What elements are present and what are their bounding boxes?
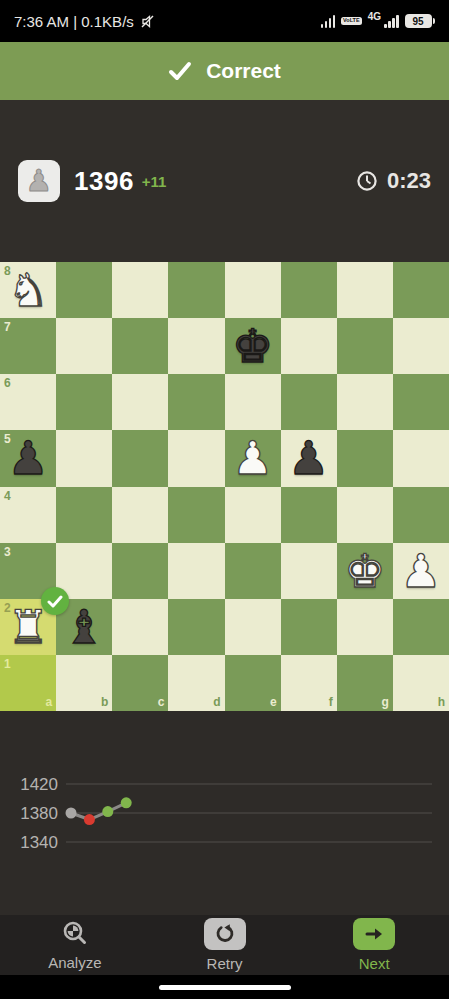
rank-label-7: 7 [4,321,11,333]
check-icon [168,61,192,81]
retry-button[interactable]: Retry [150,915,300,975]
correct-banner: Correct [0,42,449,100]
square-h3[interactable]: ♟ [393,543,449,599]
black-king-e7[interactable]: ♚ [232,323,273,369]
square-b5[interactable] [56,430,112,486]
rating-chart: 142013801340 [0,760,449,880]
battery-icon: 95 [405,14,436,28]
ytick-label-1380: 1380 [20,804,58,823]
retry-label: Retry [207,955,243,972]
pawn-badge-icon: ♟ [18,160,60,202]
square-e5[interactable]: ♟ [225,430,281,486]
white-knight-a8[interactable]: ♞ [7,267,48,313]
rating-line [71,803,126,820]
square-g2[interactable] [337,599,393,655]
square-f3[interactable] [281,543,337,599]
square-a6[interactable]: 6 [0,374,56,430]
black-bishop-b2[interactable]: ♝ [64,604,105,650]
square-c5[interactable] [112,430,168,486]
square-d5[interactable] [168,430,224,486]
square-h6[interactable] [393,374,449,430]
analyze-magnifier-icon [60,919,90,949]
square-e7[interactable]: ♚ [225,318,281,374]
square-f2[interactable] [281,599,337,655]
square-b4[interactable] [56,487,112,543]
bottom-nav: Analyze Retry Next [0,915,449,975]
file-label-f: f [329,696,333,708]
rating-point-3 [102,806,113,817]
square-g7[interactable] [337,318,393,374]
square-c2[interactable] [112,599,168,655]
square-g6[interactable] [337,374,393,430]
square-e4[interactable] [225,487,281,543]
square-f5[interactable]: ♟ [281,430,337,486]
square-d6[interactable] [168,374,224,430]
square-b1[interactable]: b [56,655,112,711]
chess-board: 8♞7♚65♟♟♟43♚♟2♜♝1abcdefgh [0,262,449,711]
square-d7[interactable] [168,318,224,374]
rank-label-6: 6 [4,377,11,389]
file-label-b: b [101,696,108,708]
clock-icon [356,170,378,192]
rank-label-3: 3 [4,546,11,558]
square-d2[interactable] [168,599,224,655]
rating-point-1 [66,808,77,819]
file-label-d: d [213,696,220,708]
square-e2[interactable] [225,599,281,655]
square-g4[interactable] [337,487,393,543]
file-label-h: h [438,696,445,708]
square-a5[interactable]: 5♟ [0,430,56,486]
chart-section: 142013801340 [0,711,449,915]
square-e1[interactable]: e [225,655,281,711]
black-pawn-f5[interactable]: ♟ [288,435,329,481]
rank-label-2: 2 [4,602,11,614]
next-label: Next [359,955,390,972]
square-h2[interactable] [393,599,449,655]
square-e8[interactable] [225,262,281,318]
rating-delta: +11 [142,173,167,190]
square-b6[interactable] [56,374,112,430]
file-label-e: e [270,696,277,708]
white-king-g3[interactable]: ♚ [344,548,385,594]
square-g5[interactable] [337,430,393,486]
ytick-label-1420: 1420 [20,775,58,794]
square-c7[interactable] [112,318,168,374]
square-c8[interactable] [112,262,168,318]
square-f7[interactable] [281,318,337,374]
square-b7[interactable] [56,318,112,374]
puzzle-header: ♟ 1396 +11 0:23 [0,100,449,262]
analyze-label: Analyze [48,954,101,971]
black-pawn-a5[interactable]: ♟ [7,435,48,481]
file-label-g: g [382,696,389,708]
file-label-c: c [158,696,165,708]
status-time-net: 7:36 AM | 0.1KB/s [14,13,134,30]
square-f8[interactable] [281,262,337,318]
status-bar: 7:36 AM | 0.1KB/s VoLTE 4G 95 [0,0,449,42]
next-button[interactable]: Next [299,915,449,975]
square-c4[interactable] [112,487,168,543]
square-f6[interactable] [281,374,337,430]
square-g1[interactable]: g [337,655,393,711]
timer-value: 0:23 [387,168,431,194]
square-e3[interactable] [225,543,281,599]
rank-label-8: 8 [4,265,11,277]
square-d1[interactable]: d [168,655,224,711]
file-label-a: a [45,696,52,708]
home-indicator[interactable] [159,985,291,990]
square-a8[interactable]: 8♞ [0,262,56,318]
rank-label-5: 5 [4,433,11,445]
white-pawn-e5[interactable]: ♟ [232,435,273,481]
square-h5[interactable] [393,430,449,486]
square-c1[interactable]: c [112,655,168,711]
correct-move-badge-icon [41,587,69,615]
rating-point-4 [121,797,132,808]
square-f1[interactable]: f [281,655,337,711]
rating-point-2 [84,814,95,825]
square-g3[interactable]: ♚ [337,543,393,599]
rank-label-1: 1 [4,658,11,670]
square-d3[interactable] [168,543,224,599]
square-h7[interactable] [393,318,449,374]
next-arrow-icon [363,923,385,945]
analyze-button[interactable]: Analyze [0,915,150,975]
square-c6[interactable] [112,374,168,430]
banner-label: Correct [206,59,281,83]
solve-timer: 0:23 [356,168,431,194]
square-e6[interactable] [225,374,281,430]
square-h1[interactable]: h [393,655,449,711]
white-rook-a2[interactable]: ♜ [7,604,48,650]
square-h8[interactable] [393,262,449,318]
retry-rotate-icon [214,923,236,945]
notifications-muted-icon [140,14,155,29]
rating-value: 1396 [74,166,134,197]
gesture-bar-area [0,975,449,999]
square-d4[interactable] [168,487,224,543]
square-b8[interactable] [56,262,112,318]
square-a7[interactable]: 7 [0,318,56,374]
square-c3[interactable] [112,543,168,599]
rank-label-4: 4 [4,490,11,502]
signal-bars-icon [321,15,336,28]
volte-icon: VoLTE [341,17,362,25]
ytick-label-1340: 1340 [20,833,58,852]
square-f4[interactable] [281,487,337,543]
square-d8[interactable] [168,262,224,318]
square-h4[interactable] [393,487,449,543]
square-a1[interactable]: 1a [0,655,56,711]
signal-bars-icon [384,15,399,28]
white-pawn-h3[interactable]: ♟ [400,548,441,594]
square-g8[interactable] [337,262,393,318]
network-type-label: 4G [368,12,381,22]
square-a4[interactable]: 4 [0,487,56,543]
